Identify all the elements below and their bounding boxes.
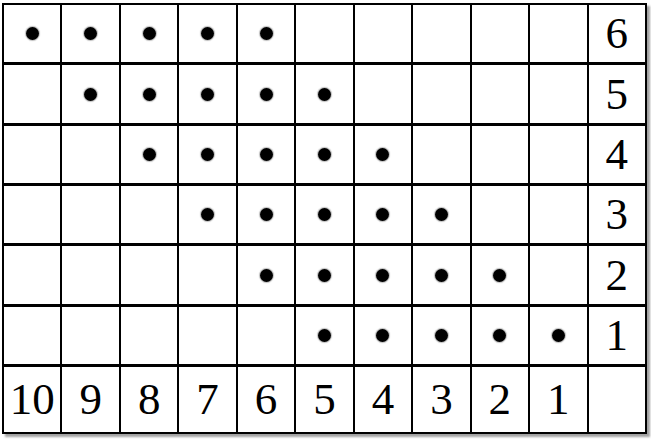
column-label-7: 7 [179, 367, 235, 432]
grid-cell-r6-c5 [238, 307, 294, 364]
grid-cell-r6-c10 [530, 307, 586, 364]
row-label-3: 3 [589, 186, 645, 243]
grid-cell-r2-c1 [4, 65, 60, 122]
dot-icon [376, 208, 389, 221]
grid-cell-r3-c2 [62, 126, 118, 183]
grid-cell-r6-c6 [296, 307, 352, 364]
grid-cell-r1-c5 [238, 5, 294, 62]
column-label-10: 10 [4, 367, 60, 432]
grid-cell-r6-c2 [62, 307, 118, 364]
dot-icon [143, 88, 156, 101]
dot-icon [26, 27, 39, 40]
grid-cell-r3-c4 [179, 126, 235, 183]
grid-cell-r5-c3 [121, 246, 177, 303]
dot-icon [201, 208, 214, 221]
dot-icon [260, 208, 273, 221]
grid-cell-r6-c8 [413, 307, 469, 364]
grid-cell-r3-c5 [238, 126, 294, 183]
row-label-2: 2 [589, 246, 645, 303]
dot-icon [84, 88, 97, 101]
grid-cell-r3-c9 [472, 126, 528, 183]
grid-cell-r4-c9 [472, 186, 528, 243]
dot-icon [260, 88, 273, 101]
grid-cell-r3-c8 [413, 126, 469, 183]
grid-cell-r3-c10 [530, 126, 586, 183]
column-label-3: 3 [413, 367, 469, 432]
dot-grid-board: 65432110987654321 [2, 3, 647, 434]
grid-cell-r3-c6 [296, 126, 352, 183]
dot-icon [493, 269, 506, 282]
grid-cell-r1-c2 [62, 5, 118, 62]
grid-cell-r1-c1 [4, 5, 60, 62]
grid-cell-r1-c9 [472, 5, 528, 62]
grid-cell-r1-c4 [179, 5, 235, 62]
grid-cell-r6-c1 [4, 307, 60, 364]
grid-cell-r4-c6 [296, 186, 352, 243]
grid-cell-r2-c3 [121, 65, 177, 122]
row-label-1: 1 [589, 307, 645, 364]
dot-icon [143, 27, 156, 40]
dot-icon [201, 88, 214, 101]
grid-cell-r4-c3 [121, 186, 177, 243]
grid-cell-r4-c4 [179, 186, 235, 243]
grid-cell-r6-c9 [472, 307, 528, 364]
grid-cell-r3-c1 [4, 126, 60, 183]
dot-icon [84, 27, 97, 40]
column-label-6: 6 [238, 367, 294, 432]
grid-cell-r4-c8 [413, 186, 469, 243]
grid-cell-r4-c10 [530, 186, 586, 243]
column-label-4: 4 [355, 367, 411, 432]
dot-icon [376, 329, 389, 342]
grid-cell-r1-c10 [530, 5, 586, 62]
dot-icon [143, 148, 156, 161]
grid-cell-r5-c6 [296, 246, 352, 303]
dot-icon [260, 27, 273, 40]
grid-cell-r2-c2 [62, 65, 118, 122]
grid-cell-r5-c2 [62, 246, 118, 303]
dot-icon [318, 208, 331, 221]
column-label-9: 9 [62, 367, 118, 432]
grid-cell-r2-c8 [413, 65, 469, 122]
dot-icon [376, 269, 389, 282]
grid-cell-r2-c7 [355, 65, 411, 122]
column-label-8: 8 [121, 367, 177, 432]
dot-icon [260, 269, 273, 282]
dot-icon [435, 269, 448, 282]
grid-cell-r4-c1 [4, 186, 60, 243]
grid-cell-r5-c9 [472, 246, 528, 303]
grid-cell-r2-c5 [238, 65, 294, 122]
grid-cell-r6-c3 [121, 307, 177, 364]
grid-cell-r5-c5 [238, 246, 294, 303]
grid-cell-r1-c8 [413, 5, 469, 62]
grid-cell-r4-c7 [355, 186, 411, 243]
grid-cell-r5-c10 [530, 246, 586, 303]
grid-cell-r5-c8 [413, 246, 469, 303]
grid-cell-r4-c5 [238, 186, 294, 243]
dot-icon [318, 148, 331, 161]
corner-cell [589, 367, 645, 432]
grid-cell-r1-c7 [355, 5, 411, 62]
grid-cell-r5-c7 [355, 246, 411, 303]
dot-icon [201, 27, 214, 40]
dot-icon [552, 329, 565, 342]
grid-cell-r5-c1 [4, 246, 60, 303]
grid-cell-r2-c6 [296, 65, 352, 122]
dot-icon [318, 329, 331, 342]
row-label-5: 5 [589, 65, 645, 122]
grid-cell-r3-c3 [121, 126, 177, 183]
dot-icon [318, 269, 331, 282]
grid-cell-r2-c9 [472, 65, 528, 122]
grid-cell-r2-c10 [530, 65, 586, 122]
grid-cell-r2-c4 [179, 65, 235, 122]
dot-icon [201, 148, 214, 161]
dot-icon [435, 208, 448, 221]
grid-cell-r6-c4 [179, 307, 235, 364]
grid-cell-r1-c6 [296, 5, 352, 62]
grid-cell-r3-c7 [355, 126, 411, 183]
dot-icon [260, 148, 273, 161]
row-label-4: 4 [589, 126, 645, 183]
grid-cell-r4-c2 [62, 186, 118, 243]
column-label-1: 1 [530, 367, 586, 432]
dot-icon [318, 88, 331, 101]
grid-cell-r5-c4 [179, 246, 235, 303]
dot-icon [376, 148, 389, 161]
column-label-5: 5 [296, 367, 352, 432]
dot-icon [435, 329, 448, 342]
dot-icon [493, 329, 506, 342]
row-label-6: 6 [589, 5, 645, 62]
grid-cell-r1-c3 [121, 5, 177, 62]
column-label-2: 2 [472, 367, 528, 432]
grid-cell-r6-c7 [355, 307, 411, 364]
